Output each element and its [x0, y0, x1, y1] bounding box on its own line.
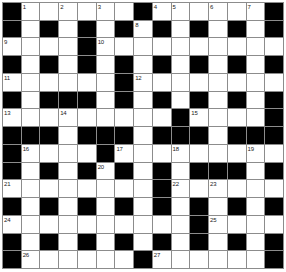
clue-number-11: 11 — [4, 74, 10, 82]
black-cell-r10c9 — [153, 163, 171, 180]
black-cell-r8c7 — [115, 127, 133, 144]
white-cell-r2c6[interactable] — [97, 21, 115, 38]
white-cell-r12c8[interactable] — [134, 198, 152, 215]
clue-number-25: 25 — [210, 216, 216, 224]
black-cell-r8c13 — [228, 127, 246, 144]
white-cell-r1c4[interactable]: 2 — [59, 3, 77, 20]
white-cell-r13c14[interactable] — [247, 216, 265, 233]
white-cell-r15c10[interactable] — [172, 251, 190, 268]
white-cell-r7c9[interactable] — [153, 109, 171, 126]
black-cell-r4c13 — [228, 56, 246, 73]
black-cell-r6c5 — [78, 92, 96, 109]
white-cell-r2c8[interactable]: 8 — [134, 21, 152, 38]
black-cell-r4c3 — [40, 56, 58, 73]
white-cell-r1c9[interactable]: 4 — [153, 3, 171, 20]
black-cell-r2c5 — [78, 21, 96, 38]
black-cell-r3c5 — [78, 38, 96, 55]
black-cell-r8c2 — [22, 127, 40, 144]
black-cell-r12c9 — [153, 198, 171, 215]
white-cell-r3c11[interactable] — [190, 38, 208, 55]
clue-number-8: 8 — [135, 21, 138, 29]
clue-number-22: 22 — [173, 180, 179, 188]
clue-number-23: 23 — [210, 180, 216, 188]
black-cell-r4c9 — [153, 56, 171, 73]
black-cell-r10c1 — [3, 163, 21, 180]
white-cell-r15c3[interactable] — [40, 251, 58, 268]
white-cell-r7c14[interactable] — [247, 109, 265, 126]
white-cell-r13c4[interactable] — [59, 216, 77, 233]
black-cell-r6c13 — [228, 92, 246, 109]
white-cell-r7c1[interactable]: 13 — [3, 109, 21, 126]
white-cell-r13c12[interactable]: 25 — [209, 216, 227, 233]
white-cell-r11c10[interactable]: 22 — [172, 180, 190, 197]
black-cell-r4c7 — [115, 56, 133, 73]
black-cell-r12c11 — [190, 198, 208, 215]
white-cell-r13c9[interactable] — [153, 216, 171, 233]
white-cell-r15c7[interactable] — [115, 251, 133, 268]
white-cell-r10c4[interactable] — [59, 163, 77, 180]
clue-number-13: 13 — [4, 109, 10, 117]
black-cell-r8c15 — [265, 127, 283, 144]
black-cell-r8c14 — [247, 127, 265, 144]
clue-number-9: 9 — [4, 38, 7, 46]
white-cell-r3c10[interactable] — [172, 38, 190, 55]
white-cell-r5c2[interactable] — [22, 74, 40, 91]
white-cell-r11c14[interactable] — [247, 180, 265, 197]
white-cell-r5c4[interactable] — [59, 74, 77, 91]
black-cell-r8c10 — [172, 127, 190, 144]
white-cell-r13c6[interactable] — [97, 216, 115, 233]
crossword-grid: 1234567891011121314151617181920212223242… — [2, 2, 284, 269]
white-cell-r10c14[interactable] — [247, 163, 265, 180]
white-cell-r11c7[interactable] — [115, 180, 133, 197]
white-cell-r13c3[interactable] — [40, 216, 58, 233]
black-cell-r14c7 — [115, 234, 133, 251]
white-cell-r13c13[interactable] — [228, 216, 246, 233]
white-cell-r13c8[interactable] — [134, 216, 152, 233]
white-cell-r1c14[interactable]: 7 — [247, 3, 265, 20]
white-cell-r15c2[interactable]: 26 — [22, 251, 40, 268]
white-cell-r8c12[interactable] — [209, 127, 227, 144]
white-cell-r6c12[interactable] — [209, 92, 227, 109]
white-cell-r5c14[interactable] — [247, 74, 265, 91]
white-cell-r11c2[interactable] — [22, 180, 40, 197]
black-cell-r8c6 — [97, 127, 115, 144]
black-cell-r14c11 — [190, 234, 208, 251]
black-cell-r13c11 — [190, 216, 208, 233]
white-cell-r3c13[interactable] — [228, 38, 246, 55]
black-cell-r15c1 — [3, 251, 21, 268]
white-cell-r2c14[interactable] — [247, 21, 265, 38]
white-cell-r10c10[interactable] — [172, 163, 190, 180]
white-cell-r7c12[interactable] — [209, 109, 227, 126]
white-cell-r3c12[interactable] — [209, 38, 227, 55]
black-cell-r12c7 — [115, 198, 133, 215]
white-cell-r9c15[interactable] — [265, 145, 283, 162]
white-cell-r5c12[interactable] — [209, 74, 227, 91]
white-cell-r15c6[interactable] — [97, 251, 115, 268]
white-cell-r15c5[interactable] — [78, 251, 96, 268]
white-cell-r9c7[interactable]: 17 — [115, 145, 133, 162]
white-cell-r3c3[interactable] — [40, 38, 58, 55]
white-cell-r12c4[interactable] — [59, 198, 77, 215]
white-cell-r14c2[interactable] — [22, 234, 40, 251]
clue-number-16: 16 — [23, 145, 29, 153]
clue-number-10: 10 — [98, 38, 104, 46]
white-cell-r4c6[interactable] — [97, 56, 115, 73]
black-cell-r6c15 — [265, 92, 283, 109]
white-cell-r13c10[interactable] — [172, 216, 190, 233]
black-cell-r10c7 — [115, 163, 133, 180]
white-cell-r3c15[interactable] — [265, 38, 283, 55]
white-cell-r9c12[interactable] — [209, 145, 227, 162]
white-cell-r6c10[interactable] — [172, 92, 190, 109]
clue-number-24: 24 — [4, 216, 10, 224]
white-cell-r10c2[interactable] — [22, 163, 40, 180]
black-cell-r6c11 — [190, 92, 208, 109]
white-cell-r15c11[interactable] — [190, 251, 208, 268]
white-cell-r9c2[interactable]: 16 — [22, 145, 40, 162]
clue-number-12: 12 — [135, 74, 141, 82]
black-cell-r2c15 — [265, 21, 283, 38]
white-cell-r11c12[interactable]: 23 — [209, 180, 227, 197]
white-cell-r15c12[interactable] — [209, 251, 227, 268]
white-cell-r5c8[interactable]: 12 — [134, 74, 152, 91]
black-cell-r4c5 — [78, 56, 96, 73]
white-cell-r12c14[interactable] — [247, 198, 265, 215]
white-cell-r1c13[interactable] — [228, 3, 246, 20]
black-cell-r14c1 — [3, 234, 21, 251]
white-cell-r3c9[interactable] — [153, 38, 171, 55]
black-cell-r5c7 — [115, 74, 133, 91]
white-cell-r7c7[interactable] — [115, 109, 133, 126]
black-cell-r2c1 — [3, 21, 21, 38]
clue-number-21: 21 — [4, 180, 10, 188]
white-cell-r13c5[interactable] — [78, 216, 96, 233]
white-cell-r2c2[interactable] — [22, 21, 40, 38]
black-cell-r12c15 — [265, 198, 283, 215]
white-cell-r14c12[interactable] — [209, 234, 227, 251]
black-cell-r11c9 — [153, 180, 171, 197]
white-cell-r2c10[interactable] — [172, 21, 190, 38]
black-cell-r10c15 — [265, 163, 283, 180]
white-cell-r6c6[interactable] — [97, 92, 115, 109]
black-cell-r10c11 — [190, 163, 208, 180]
black-cell-r12c5 — [78, 198, 96, 215]
black-cell-r8c9 — [153, 127, 171, 144]
clue-number-4: 4 — [154, 3, 157, 11]
white-cell-r9c13[interactable] — [228, 145, 246, 162]
clue-number-26: 26 — [23, 251, 29, 259]
white-cell-r7c2[interactable] — [22, 109, 40, 126]
white-cell-r1c10[interactable]: 5 — [172, 3, 190, 20]
black-cell-r14c9 — [153, 234, 171, 251]
white-cell-r1c6[interactable]: 3 — [97, 3, 115, 20]
white-cell-r4c14[interactable] — [247, 56, 265, 73]
black-cell-r10c13 — [228, 163, 246, 180]
white-cell-r14c14[interactable] — [247, 234, 265, 251]
white-cell-r4c10[interactable] — [172, 56, 190, 73]
clue-number-6: 6 — [210, 3, 213, 11]
white-cell-r11c4[interactable] — [59, 180, 77, 197]
white-cell-r7c13[interactable] — [228, 109, 246, 126]
white-cell-r13c7[interactable] — [115, 216, 133, 233]
white-cell-r3c7[interactable] — [115, 38, 133, 55]
white-cell-r7c5[interactable] — [78, 109, 96, 126]
white-cell-r5c6[interactable] — [97, 74, 115, 91]
white-cell-r14c10[interactable] — [172, 234, 190, 251]
black-cell-r2c9 — [153, 21, 171, 38]
white-cell-r4c12[interactable] — [209, 56, 227, 73]
black-cell-r14c5 — [78, 234, 96, 251]
white-cell-r11c6[interactable] — [97, 180, 115, 197]
white-cell-r7c8[interactable] — [134, 109, 152, 126]
black-cell-r15c8 — [134, 251, 152, 268]
black-cell-r12c3 — [40, 198, 58, 215]
black-cell-r7c15 — [265, 109, 283, 126]
white-cell-r4c8[interactable] — [134, 56, 152, 73]
white-cell-r5c3[interactable] — [40, 74, 58, 91]
black-cell-r2c3 — [40, 21, 58, 38]
white-cell-r9c4[interactable] — [59, 145, 77, 162]
clue-number-1: 1 — [23, 3, 26, 11]
white-cell-r6c2[interactable] — [22, 92, 40, 109]
white-cell-r12c2[interactable] — [22, 198, 40, 215]
white-cell-r3c4[interactable] — [59, 38, 77, 55]
black-cell-r10c3 — [40, 163, 58, 180]
white-cell-r11c8[interactable] — [134, 180, 152, 197]
black-cell-r6c9 — [153, 92, 171, 109]
white-cell-r3c14[interactable] — [247, 38, 265, 55]
white-cell-r12c10[interactable] — [172, 198, 190, 215]
white-cell-r5c13[interactable] — [228, 74, 246, 91]
white-cell-r1c11[interactable] — [190, 3, 208, 20]
white-cell-r5c15[interactable] — [265, 74, 283, 91]
black-cell-r1c1 — [3, 3, 21, 20]
clue-number-5: 5 — [173, 3, 176, 11]
white-cell-r7c3[interactable] — [40, 109, 58, 126]
clue-number-18: 18 — [173, 145, 179, 153]
black-cell-r7c10 — [172, 109, 190, 126]
white-cell-r8c8[interactable] — [134, 127, 152, 144]
white-cell-r12c12[interactable] — [209, 198, 227, 215]
black-cell-r4c1 — [3, 56, 21, 73]
white-cell-r5c1[interactable]: 11 — [3, 74, 21, 91]
white-cell-r15c4[interactable] — [59, 251, 77, 268]
black-cell-r6c1 — [3, 92, 21, 109]
white-cell-r9c5[interactable] — [78, 145, 96, 162]
black-cell-r4c15 — [265, 56, 283, 73]
white-cell-r5c9[interactable] — [153, 74, 171, 91]
white-cell-r9c8[interactable] — [134, 145, 152, 162]
black-cell-r8c3 — [40, 127, 58, 144]
white-cell-r5c10[interactable] — [172, 74, 190, 91]
white-cell-r1c2[interactable]: 1 — [22, 3, 40, 20]
white-cell-r6c8[interactable] — [134, 92, 152, 109]
white-cell-r1c12[interactable]: 6 — [209, 3, 227, 20]
black-cell-r10c5 — [78, 163, 96, 180]
black-cell-r6c4 — [59, 92, 77, 109]
white-cell-r1c5[interactable] — [78, 3, 96, 20]
black-cell-r4c11 — [190, 56, 208, 73]
black-cell-r1c8 — [134, 3, 152, 20]
clue-number-14: 14 — [60, 109, 66, 117]
white-cell-r11c1[interactable]: 21 — [3, 180, 21, 197]
white-cell-r9c3[interactable] — [40, 145, 58, 162]
white-cell-r13c15[interactable] — [265, 216, 283, 233]
black-cell-r12c1 — [3, 198, 21, 215]
white-cell-r3c8[interactable] — [134, 38, 152, 55]
black-cell-r14c13 — [228, 234, 246, 251]
white-cell-r4c4[interactable] — [59, 56, 77, 73]
clue-number-19: 19 — [248, 145, 254, 153]
white-cell-r15c9[interactable]: 27 — [153, 251, 171, 268]
black-cell-r8c5 — [78, 127, 96, 144]
white-cell-r9c10[interactable]: 18 — [172, 145, 190, 162]
white-cell-r3c1[interactable]: 9 — [3, 38, 21, 55]
white-cell-r11c5[interactable] — [78, 180, 96, 197]
white-cell-r11c13[interactable] — [228, 180, 246, 197]
white-cell-r3c6[interactable]: 10 — [97, 38, 115, 55]
black-cell-r2c11 — [190, 21, 208, 38]
white-cell-r7c11[interactable]: 15 — [190, 109, 208, 126]
white-cell-r7c6[interactable] — [97, 109, 115, 126]
white-cell-r6c14[interactable] — [247, 92, 265, 109]
white-cell-r3c2[interactable] — [22, 38, 40, 55]
clue-number-27: 27 — [154, 251, 160, 259]
white-cell-r5c5[interactable] — [78, 74, 96, 91]
white-cell-r2c12[interactable] — [209, 21, 227, 38]
white-cell-r13c2[interactable] — [22, 216, 40, 233]
white-cell-r9c11[interactable] — [190, 145, 208, 162]
black-cell-r8c11 — [190, 127, 208, 144]
white-cell-r9c14[interactable]: 19 — [247, 145, 265, 162]
white-cell-r1c7[interactable] — [115, 3, 133, 20]
black-cell-r14c15 — [265, 234, 283, 251]
white-cell-r13c1[interactable]: 24 — [3, 216, 21, 233]
white-cell-r9c9[interactable] — [153, 145, 171, 162]
clue-number-17: 17 — [116, 145, 122, 153]
white-cell-r10c6[interactable]: 20 — [97, 163, 115, 180]
white-cell-r15c13[interactable] — [228, 251, 246, 268]
clue-number-3: 3 — [98, 3, 101, 11]
white-cell-r11c3[interactable] — [40, 180, 58, 197]
white-cell-r14c4[interactable] — [59, 234, 77, 251]
black-cell-r9c6 — [97, 145, 115, 162]
clue-number-2: 2 — [60, 3, 63, 11]
black-cell-r2c13 — [228, 21, 246, 38]
white-cell-r12c6[interactable] — [97, 198, 115, 215]
white-cell-r2c4[interactable] — [59, 21, 77, 38]
white-cell-r7c4[interactable]: 14 — [59, 109, 77, 126]
white-cell-r14c8[interactable] — [134, 234, 152, 251]
black-cell-r1c15 — [265, 3, 283, 20]
white-cell-r15c14[interactable] — [247, 251, 265, 268]
black-cell-r12c13 — [228, 198, 246, 215]
black-cell-r6c3 — [40, 92, 58, 109]
white-cell-r11c11[interactable] — [190, 180, 208, 197]
white-cell-r8c4[interactable] — [59, 127, 77, 144]
white-cell-r11c15[interactable] — [265, 180, 283, 197]
clue-number-7: 7 — [248, 3, 251, 11]
black-cell-r14c3 — [40, 234, 58, 251]
clue-number-20: 20 — [98, 163, 104, 171]
white-cell-r4c2[interactable] — [22, 56, 40, 73]
white-cell-r5c11[interactable] — [190, 74, 208, 91]
black-cell-r6c7 — [115, 92, 133, 109]
white-cell-r1c3[interactable] — [40, 3, 58, 20]
black-cell-r8c1 — [3, 127, 21, 144]
black-cell-r2c7 — [115, 21, 133, 38]
black-cell-r9c1 — [3, 145, 21, 162]
white-cell-r14c6[interactable] — [97, 234, 115, 251]
white-cell-r10c8[interactable] — [134, 163, 152, 180]
black-cell-r15c15 — [265, 251, 283, 268]
clue-number-15: 15 — [191, 109, 197, 117]
black-cell-r10c12 — [209, 163, 227, 180]
